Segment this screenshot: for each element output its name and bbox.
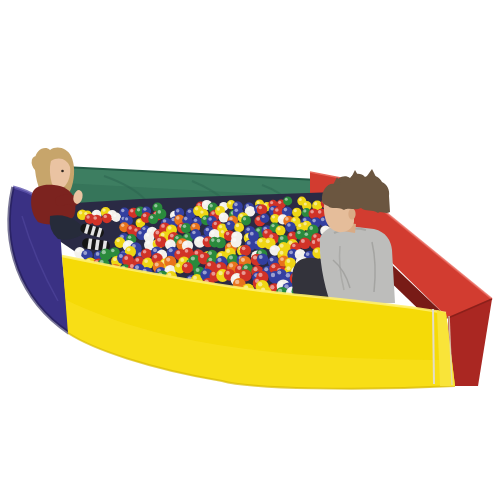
play-ball-highlight [217,264,221,268]
play-ball-highlight [247,241,251,245]
play-ball [215,237,226,248]
play-ball-highlight [144,259,148,263]
play-ball [219,213,229,223]
play-ball-highlight [270,201,273,204]
play-ball-highlight [200,254,204,258]
play-ball-highlight [247,207,251,211]
play-ball-highlight [128,226,132,230]
play-ball-highlight [121,224,124,227]
play-ball-highlight [113,214,116,217]
play-ball-highlight [305,233,309,237]
play-ball-highlight [314,202,317,205]
play-ball-highlight [200,210,203,213]
play-ball-highlight [217,258,221,262]
play-ball-highlight [253,267,257,271]
play-ball-highlight [313,234,317,238]
play-ball-highlight [294,209,297,212]
play-ball-highlight [258,273,262,277]
play-ball-highlight [161,233,165,237]
play-ball-highlight [184,234,188,238]
play-ball [234,223,244,233]
play-ball-highlight [285,217,289,221]
play-ball-highlight [271,246,275,250]
play-ball-highlight [306,252,310,256]
play-ball-highlight [243,217,246,220]
play-ball-highlight [143,214,147,218]
play-ball-highlight [322,227,326,231]
play-ball-highlight [211,211,215,215]
play-ball-highlight [76,249,80,253]
play-ball [240,245,251,256]
play-ball-highlight [288,288,292,292]
play-ball-highlight [146,233,150,237]
play-ball-highlight [137,208,140,211]
play-ball-highlight [266,239,270,243]
play-ball-highlight [280,244,284,248]
play-ball [102,213,112,223]
play-ball-highlight [204,238,208,242]
play-ball-highlight [253,255,257,259]
play-ball-highlight [270,207,274,211]
play-ball-highlight [172,212,175,215]
play-ball-highlight [244,265,248,269]
play-ball-highlight [279,281,283,285]
play-ball-highlight [280,251,284,255]
play-ball-highlight [143,250,147,254]
play-ball-highlight [194,219,197,222]
play-ball-highlight [149,228,153,232]
play-ball-highlight [314,249,318,253]
play-ball-highlight [203,270,207,274]
play-ball-highlight [203,217,206,220]
play-ball-highlight [150,216,153,219]
play-ball-highlight [158,210,162,214]
play-ball-highlight [104,215,107,218]
play-ball-highlight [83,251,87,255]
play-ball-highlight [121,209,124,212]
play-ball-highlight [259,239,263,243]
play-ball [92,215,103,226]
play-ball-highlight [102,250,106,254]
play-ball-highlight [155,231,159,235]
girl-arm [60,200,74,202]
play-ball-highlight [192,224,195,227]
play-ball-highlight [221,230,224,233]
play-ball-highlight [242,246,246,250]
play-ball-highlight [130,209,133,212]
play-ball-highlight [170,234,174,238]
play-ball [231,237,242,248]
play-ball-highlight [176,251,180,255]
play-ball-highlight [298,224,301,227]
play-ball-highlight [127,248,131,252]
play-ball-highlight [146,241,150,245]
play-ball [182,262,193,273]
play-ball-highlight [111,249,115,253]
play-ball-highlight [143,208,146,211]
play-ball-highlight [289,250,293,254]
play-ball-highlight [137,220,140,223]
play-ball-highlight [208,258,212,262]
play-ball [257,204,268,215]
play-ball-highlight [221,203,224,206]
play-ball-highlight [235,209,239,213]
play-ball-highlight [270,285,274,289]
play-ball-highlight [241,258,245,262]
play-ball-highlight [226,232,230,236]
play-ball [292,208,301,217]
play-ball-highlight [271,224,274,227]
play-ball-highlight [259,255,263,259]
play-ball-highlight [258,282,262,286]
play-ball-highlight [264,267,268,271]
play-ball-highlight [210,204,213,207]
play-ball-highlight [116,239,120,243]
play-ball-highlight [264,230,268,234]
play-ball-highlight [214,222,217,225]
play-ball-highlight [318,210,322,214]
play-ball-highlight [217,239,221,243]
play-ball-highlight [287,259,291,263]
play-ball-highlight [233,238,237,242]
play-ball-highlight [130,264,134,268]
play-ball-highlight [235,280,239,284]
play-ball-highlight [157,238,161,242]
play-ball-highlight [184,217,188,221]
play-ball-highlight [271,264,275,268]
play-ball-highlight [237,266,241,270]
play-ball-highlight [167,241,171,245]
play-ball-highlight [195,251,199,255]
play-ball-highlight [166,258,170,262]
play-ball-highlight [211,231,215,235]
ball-pit-scene [0,0,495,495]
yellow-wall-zipper-seam [433,309,434,384]
play-ball-highlight [292,218,295,221]
product-photo [0,0,495,495]
play-ball-highlight [256,217,260,221]
play-ball-highlight [176,216,180,220]
play-ball-highlight [208,251,212,255]
play-ball-highlight [217,207,220,210]
play-ball-highlight [192,231,196,235]
play-ball-highlight [309,226,313,230]
play-ball-highlight [176,264,180,268]
play-ball-highlight [183,225,186,228]
play-ball-highlight [227,244,231,248]
play-ball-highlight [208,217,212,221]
play-ball-highlight [262,215,265,218]
play-ball-highlight [135,258,139,262]
play-ball-highlight [285,198,288,201]
play-ball-highlight [242,271,246,275]
play-ball-highlight [229,263,233,267]
play-ball-highlight [163,219,167,223]
play-ball-highlight [304,202,307,205]
play-ball-highlight [134,228,137,231]
play-ball-highlight [250,232,254,236]
play-ball-highlight [184,264,188,268]
play-ball [260,214,269,223]
play-ball [226,221,236,231]
play-ball-highlight [119,254,123,258]
play-ball-highlight [312,219,316,223]
play-ball-highlight [303,222,306,225]
play-ball-highlight [287,223,291,227]
play-ball-highlight [204,201,207,204]
play-ball-highlight [153,255,157,259]
play-ball-highlight [124,256,128,260]
play-ball-highlight [236,224,239,227]
play-ball-highlight [219,225,222,228]
play-ball-highlight [206,228,210,232]
play-ball-highlight [227,222,230,225]
play-ball [112,213,121,222]
play-ball-highlight [113,257,117,261]
play-ball-highlight [287,266,291,270]
play-ball-highlight [196,238,200,242]
play-ball-highlight [180,258,184,262]
play-ball-highlight [155,263,159,267]
play-ball-highlight [226,271,230,275]
play-ball-highlight [196,268,200,272]
boy-ear [348,208,355,219]
play-ball-highlight [96,252,100,256]
play-ball-highlight [233,233,237,237]
play-ball-highlight [277,271,281,275]
play-ball-highlight [135,265,139,269]
play-ball-highlight [211,238,215,242]
play-ball-highlight [228,201,231,204]
play-ball-highlight [256,228,260,232]
play-ball-highlight [161,224,165,228]
play-ball-highlight [185,249,189,253]
play-ball-highlight [286,273,290,277]
play-ball-highlight [280,257,284,261]
play-ball-highlight [259,206,263,210]
play-ball-highlight [176,209,179,212]
play-ball-highlight [257,201,260,204]
play-ball-highlight [193,276,197,280]
play-ball-highlight [229,256,233,260]
play-ball-highlight [303,209,306,212]
play-ball-highlight [218,253,222,257]
play-ball-highlight [279,216,283,220]
play-ball-highlight [175,236,178,239]
play-ball-highlight [167,267,171,271]
play-ball-highlight [239,214,243,218]
play-ball [155,236,166,247]
play-ball-highlight [184,242,188,246]
play-ball [285,222,295,232]
play-ball-highlight [226,249,230,253]
play-ball-highlight [79,211,83,215]
play-ball-highlight [275,208,279,212]
play-ball-highlight [270,258,274,262]
play-ball-highlight [168,226,172,230]
play-ball-highlight [211,272,215,276]
play-ball-highlight [246,228,250,232]
girl-eye [61,170,64,173]
play-ball-highlight [280,236,284,240]
play-ball-highlight [84,212,87,215]
play-ball-highlight [299,198,302,201]
play-ball-highlight [178,240,182,244]
play-ball-highlight [234,203,238,207]
play-ball-highlight [128,236,131,239]
play-ball-highlight [278,201,281,204]
play-ball-highlight [154,204,157,207]
play-ball [241,216,251,226]
play-ball [148,214,158,224]
play-ball-highlight [271,273,275,277]
play-ball-highlight [93,216,97,220]
boy-hair-spike [367,169,376,177]
play-ball-highlight [125,242,129,246]
play-ball-highlight [93,211,96,214]
play-ball-highlight [138,231,142,235]
play-ball-highlight [153,248,157,252]
play-ball [257,254,268,265]
play-ball-highlight [102,208,105,211]
play-ball-highlight [229,217,233,221]
play-ball-highlight [86,215,89,218]
play-ball-highlight [321,218,325,222]
play-ball [181,223,191,233]
play-ball-highlight [297,231,301,235]
play-ball-highlight [125,217,128,220]
play-ball-highlight [284,208,288,212]
play-ball-highlight [207,263,211,267]
play-ball-highlight [277,227,280,230]
play-ball [299,238,311,250]
play-ball-highlight [292,244,296,248]
play-ball [283,196,292,205]
play-ball-highlight [296,250,300,254]
play-ball-highlight [218,271,222,275]
play-ball-highlight [188,210,192,214]
play-ball-highlight [191,256,195,260]
play-ball-highlight [289,233,292,236]
play-ball-highlight [220,214,223,217]
play-ball-highlight [169,248,173,252]
play-ball-highlight [195,207,199,211]
play-ball-highlight [301,239,305,243]
play-ball [276,226,286,236]
boy-sweater [320,226,395,306]
play-ball-highlight [272,215,275,218]
play-ball-highlight [310,210,314,214]
